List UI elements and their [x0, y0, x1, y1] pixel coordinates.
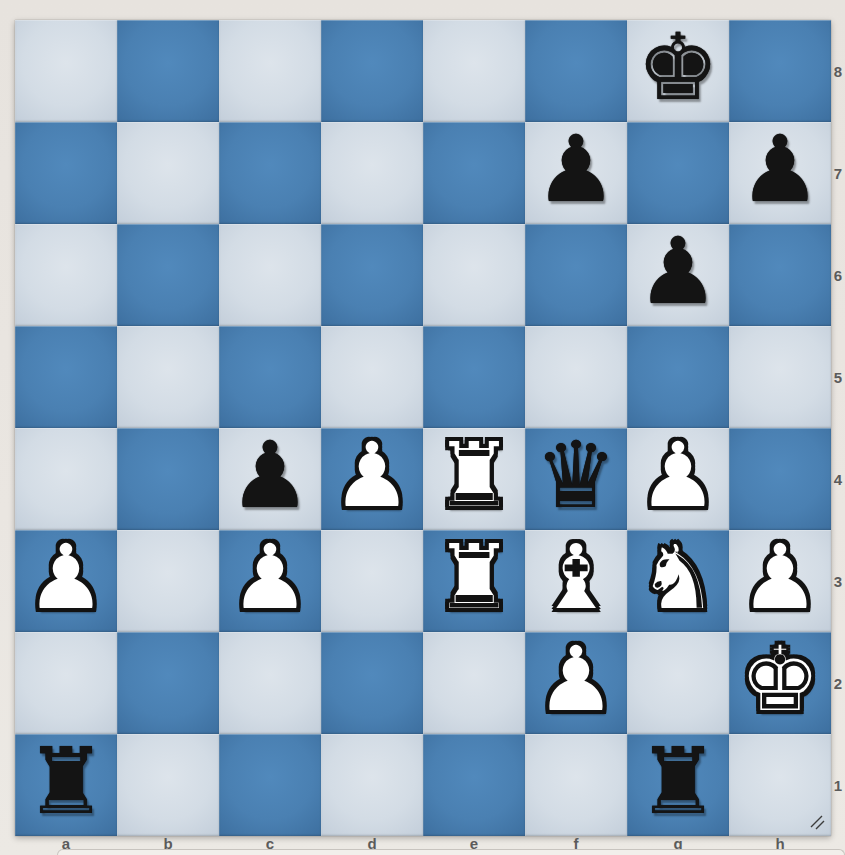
square-e2[interactable] — [423, 632, 525, 734]
square-d1[interactable] — [321, 734, 423, 836]
rank-label-5: 5 — [831, 326, 845, 428]
rank-label-1: 1 — [831, 734, 845, 836]
square-h1[interactable] — [729, 734, 831, 836]
square-a2[interactable] — [15, 632, 117, 734]
piece-white-knight[interactable]: ♞ — [637, 527, 719, 629]
rank-labels-column: 87654321 — [831, 20, 845, 836]
square-a1[interactable]: ♜ — [15, 734, 117, 836]
square-f1[interactable] — [525, 734, 627, 836]
square-g4[interactable]: ♟ — [627, 428, 729, 530]
rank-label-2: 2 — [831, 632, 845, 734]
piece-white-pawn[interactable]: ♟ — [637, 425, 719, 527]
square-f5[interactable] — [525, 326, 627, 428]
square-g5[interactable] — [627, 326, 729, 428]
piece-white-rook[interactable]: ♜ — [433, 425, 515, 527]
square-b2[interactable] — [117, 632, 219, 734]
square-d8[interactable] — [321, 20, 423, 122]
piece-black-pawn[interactable]: ♟ — [637, 221, 719, 323]
square-e1[interactable] — [423, 734, 525, 836]
square-g2[interactable] — [627, 632, 729, 734]
square-h5[interactable] — [729, 326, 831, 428]
square-c6[interactable] — [219, 224, 321, 326]
piece-white-pawn[interactable]: ♟ — [535, 629, 617, 731]
piece-white-bishop[interactable]: ♝ — [535, 527, 617, 629]
rank-label-3: 3 — [831, 530, 845, 632]
square-g8[interactable]: ♚ — [627, 20, 729, 122]
square-c2[interactable] — [219, 632, 321, 734]
square-f3[interactable]: ♝ — [525, 530, 627, 632]
square-d6[interactable] — [321, 224, 423, 326]
square-b3[interactable] — [117, 530, 219, 632]
square-d7[interactable] — [321, 122, 423, 224]
square-d5[interactable] — [321, 326, 423, 428]
square-b7[interactable] — [117, 122, 219, 224]
square-b1[interactable] — [117, 734, 219, 836]
square-e5[interactable] — [423, 326, 525, 428]
piece-white-pawn[interactable]: ♟ — [25, 527, 107, 629]
piece-white-pawn[interactable]: ♟ — [331, 425, 413, 527]
square-a6[interactable] — [15, 224, 117, 326]
square-h4[interactable] — [729, 428, 831, 530]
square-h2[interactable]: ♚ — [729, 632, 831, 734]
piece-white-pawn[interactable]: ♟ — [229, 527, 311, 629]
square-e4[interactable]: ♜ — [423, 428, 525, 530]
square-b4[interactable] — [117, 428, 219, 530]
square-h3[interactable]: ♟ — [729, 530, 831, 632]
square-b5[interactable] — [117, 326, 219, 428]
rank-label-7: 7 — [831, 122, 845, 224]
square-g6[interactable]: ♟ — [627, 224, 729, 326]
piece-black-rook[interactable]: ♜ — [25, 731, 107, 833]
square-a4[interactable] — [15, 428, 117, 530]
square-g3[interactable]: ♞ — [627, 530, 729, 632]
rank-label-8: 8 — [831, 20, 845, 122]
piece-white-rook[interactable]: ♜ — [433, 527, 515, 629]
square-d2[interactable] — [321, 632, 423, 734]
square-c7[interactable] — [219, 122, 321, 224]
piece-black-pawn[interactable]: ♟ — [229, 425, 311, 527]
piece-black-pawn[interactable]: ♟ — [535, 119, 617, 221]
square-c1[interactable] — [219, 734, 321, 836]
rank-label-4: 4 — [831, 428, 845, 530]
square-f8[interactable] — [525, 20, 627, 122]
piece-white-king[interactable]: ♚ — [739, 629, 821, 731]
square-g1[interactable]: ♜ — [627, 734, 729, 836]
square-e3[interactable]: ♜ — [423, 530, 525, 632]
piece-black-pawn[interactable]: ♟ — [739, 119, 821, 221]
chess-app-stage: ♚♟♟♟♟♟♜♛♟♟♟♜♝♞♟♟♚♜♜ abcdefgh 87654321 — [0, 0, 845, 855]
square-h8[interactable] — [729, 20, 831, 122]
square-a7[interactable] — [15, 122, 117, 224]
square-c3[interactable]: ♟ — [219, 530, 321, 632]
square-a5[interactable] — [15, 326, 117, 428]
square-f2[interactable]: ♟ — [525, 632, 627, 734]
square-h6[interactable] — [729, 224, 831, 326]
square-c4[interactable]: ♟ — [219, 428, 321, 530]
resize-handle-icon[interactable] — [809, 814, 825, 830]
square-h7[interactable]: ♟ — [729, 122, 831, 224]
square-b8[interactable] — [117, 20, 219, 122]
square-d4[interactable]: ♟ — [321, 428, 423, 530]
square-g7[interactable] — [627, 122, 729, 224]
square-a8[interactable] — [15, 20, 117, 122]
piece-black-king[interactable]: ♚ — [637, 17, 719, 119]
square-c8[interactable] — [219, 20, 321, 122]
square-d3[interactable] — [321, 530, 423, 632]
square-b6[interactable] — [117, 224, 219, 326]
bottom-panel-edge — [57, 849, 845, 855]
square-a3[interactable]: ♟ — [15, 530, 117, 632]
chess-board: ♚♟♟♟♟♟♜♛♟♟♟♜♝♞♟♟♚♜♜ — [15, 20, 831, 836]
piece-black-queen[interactable]: ♛ — [535, 425, 617, 527]
square-f6[interactable] — [525, 224, 627, 326]
rank-label-6: 6 — [831, 224, 845, 326]
square-e7[interactable] — [423, 122, 525, 224]
piece-black-rook[interactable]: ♜ — [637, 731, 719, 833]
square-e8[interactable] — [423, 20, 525, 122]
square-f4[interactable]: ♛ — [525, 428, 627, 530]
square-c5[interactable] — [219, 326, 321, 428]
square-f7[interactable]: ♟ — [525, 122, 627, 224]
piece-white-pawn[interactable]: ♟ — [739, 527, 821, 629]
square-e6[interactable] — [423, 224, 525, 326]
